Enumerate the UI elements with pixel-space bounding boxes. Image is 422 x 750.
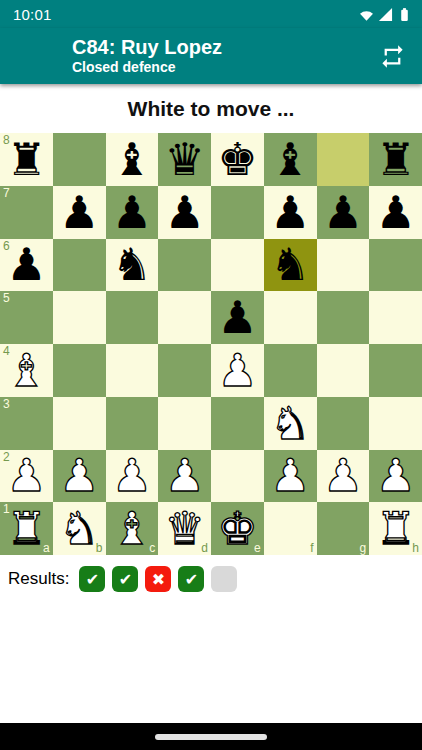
rank-label-2: 2 [3, 450, 10, 464]
results-label: Results: [8, 569, 69, 589]
square-c8[interactable]: ♝ [106, 133, 159, 186]
status-icons [359, 7, 412, 22]
square-b1[interactable]: b♞ [53, 502, 106, 555]
square-d7[interactable]: ♟ [158, 186, 211, 239]
file-label-e: e [254, 542, 261, 555]
square-f2[interactable]: ♟ [264, 450, 317, 503]
square-c5[interactable] [106, 291, 159, 344]
results-row: Results: ✔✔✖✔ [0, 555, 422, 592]
piece-white-pawn: ♟ [0, 450, 53, 503]
square-g3[interactable] [317, 397, 370, 450]
square-d4[interactable] [158, 344, 211, 397]
square-e4[interactable]: ♟ [211, 344, 264, 397]
piece-black-rook: ♜ [0, 133, 53, 186]
piece-black-pawn: ♟ [0, 239, 53, 292]
piece-white-rook: ♜ [0, 502, 53, 555]
page-subtitle: Closed defence [72, 59, 377, 76]
square-e3[interactable] [211, 397, 264, 450]
square-a5[interactable]: 5 [0, 291, 53, 344]
app-bar: C84: Ruy Lopez Closed defence [0, 28, 422, 84]
rank-label-6: 6 [3, 239, 10, 253]
square-f4[interactable] [264, 344, 317, 397]
square-h7[interactable]: ♟ [369, 186, 422, 239]
rank-label-3: 3 [3, 397, 10, 411]
move-prompt: White to move ... [0, 84, 422, 133]
rank-label-4: 4 [3, 344, 10, 358]
chess-board: 8♜♝♛♚♝♜7♟♟♟♟♟♟6♟♞♞5♟4♝♟3♞2♟♟♟♟♟♟♟1a♜b♞c♝… [0, 133, 422, 555]
square-f5[interactable] [264, 291, 317, 344]
piece-white-knight: ♞ [53, 502, 106, 555]
square-e2[interactable] [211, 450, 264, 503]
piece-white-knight: ♞ [264, 397, 317, 450]
rank-label-1: 1 [3, 502, 10, 516]
square-d1[interactable]: d♛ [158, 502, 211, 555]
square-f6[interactable]: ♞ [264, 239, 317, 292]
square-c7[interactable]: ♟ [106, 186, 159, 239]
square-g2[interactable]: ♟ [317, 450, 370, 503]
square-f8[interactable]: ♝ [264, 133, 317, 186]
file-label-b: b [96, 542, 103, 555]
square-h3[interactable] [369, 397, 422, 450]
wifi-icon [359, 7, 374, 22]
result-3-incorrect: ✖ [145, 566, 171, 592]
status-bar: 10:01 [0, 0, 422, 28]
square-a4[interactable]: 4♝ [0, 344, 53, 397]
rank-label-7: 7 [3, 186, 10, 200]
square-f7[interactable]: ♟ [264, 186, 317, 239]
page-title: C84: Ruy Lopez [72, 36, 377, 59]
result-5-empty [211, 566, 237, 592]
app-bar-titles: C84: Ruy Lopez Closed defence [72, 36, 377, 76]
square-f1[interactable]: f [264, 502, 317, 555]
piece-white-pawn: ♟ [369, 450, 422, 503]
piece-black-rook: ♜ [369, 133, 422, 186]
square-c3[interactable] [106, 397, 159, 450]
piece-black-pawn: ♟ [53, 186, 106, 239]
result-2-correct: ✔ [112, 566, 138, 592]
piece-black-pawn: ♟ [158, 186, 211, 239]
square-b2[interactable]: ♟ [53, 450, 106, 503]
piece-white-bishop: ♝ [0, 344, 53, 397]
square-e5[interactable]: ♟ [211, 291, 264, 344]
piece-white-king: ♚ [211, 502, 264, 555]
result-4-correct: ✔ [178, 566, 204, 592]
result-1-correct: ✔ [79, 566, 105, 592]
piece-black-pawn: ♟ [264, 186, 317, 239]
piece-black-pawn: ♟ [317, 186, 370, 239]
piece-white-bishop: ♝ [106, 502, 159, 555]
piece-black-bishop: ♝ [264, 133, 317, 186]
square-g4[interactable] [317, 344, 370, 397]
square-e7[interactable] [211, 186, 264, 239]
square-b8[interactable] [53, 133, 106, 186]
square-a2[interactable]: 2♟ [0, 450, 53, 503]
square-g8[interactable] [317, 133, 370, 186]
cellular-signal-icon [378, 7, 393, 22]
rank-label-5: 5 [3, 291, 10, 305]
file-label-c: c [149, 542, 155, 555]
square-c2[interactable]: ♟ [106, 450, 159, 503]
square-b3[interactable] [53, 397, 106, 450]
square-a3[interactable]: 3 [0, 397, 53, 450]
square-b5[interactable] [53, 291, 106, 344]
square-g6[interactable] [317, 239, 370, 292]
square-c6[interactable]: ♞ [106, 239, 159, 292]
piece-white-pawn: ♟ [53, 450, 106, 503]
android-nav-bar [0, 723, 422, 750]
piece-black-pawn: ♟ [369, 186, 422, 239]
square-h2[interactable]: ♟ [369, 450, 422, 503]
square-a1[interactable]: 1a♜ [0, 502, 53, 555]
phone-screen: 10:01 C84: Ruy Lopez Closed defence Wh [0, 0, 422, 750]
file-label-a: a [43, 542, 50, 555]
piece-white-rook: ♜ [369, 502, 422, 555]
square-a6[interactable]: 6♟ [0, 239, 53, 292]
gesture-pill[interactable] [155, 734, 267, 740]
square-h8[interactable]: ♜ [369, 133, 422, 186]
piece-white-pawn: ♟ [264, 450, 317, 503]
piece-black-king: ♚ [211, 133, 264, 186]
square-d6[interactable] [158, 239, 211, 292]
square-h1[interactable]: h♜ [369, 502, 422, 555]
square-g1[interactable]: g [317, 502, 370, 555]
piece-white-pawn: ♟ [317, 450, 370, 503]
square-d3[interactable] [158, 397, 211, 450]
piece-black-knight: ♞ [106, 239, 159, 292]
square-h6[interactable] [369, 239, 422, 292]
results-icons: ✔✔✖✔ [79, 566, 237, 592]
square-c4[interactable] [106, 344, 159, 397]
square-h4[interactable] [369, 344, 422, 397]
square-h5[interactable] [369, 291, 422, 344]
piece-white-queen: ♛ [158, 502, 211, 555]
square-b4[interactable] [53, 344, 106, 397]
piece-black-knight: ♞ [264, 239, 317, 292]
file-label-f: f [310, 542, 313, 555]
file-label-d: d [201, 542, 208, 555]
square-d8[interactable]: ♛ [158, 133, 211, 186]
status-time: 10:01 [13, 6, 52, 23]
piece-white-pawn: ♟ [158, 450, 211, 503]
square-d2[interactable]: ♟ [158, 450, 211, 503]
square-g5[interactable] [317, 291, 370, 344]
square-e1[interactable]: e♚ [211, 502, 264, 555]
square-b6[interactable] [53, 239, 106, 292]
battery-icon [397, 7, 412, 22]
square-d5[interactable] [158, 291, 211, 344]
square-e6[interactable] [211, 239, 264, 292]
square-b7[interactable]: ♟ [53, 186, 106, 239]
rank-label-8: 8 [3, 133, 10, 147]
repeat-icon [379, 43, 406, 70]
piece-black-pawn: ♟ [106, 186, 159, 239]
square-a7[interactable]: 7 [0, 186, 53, 239]
square-a8[interactable]: 8♜ [0, 133, 53, 186]
file-label-g: g [360, 542, 367, 555]
repeat-button[interactable] [377, 41, 408, 72]
square-e8[interactable]: ♚ [211, 133, 264, 186]
square-g7[interactable]: ♟ [317, 186, 370, 239]
file-label-h: h [412, 542, 419, 555]
piece-black-pawn: ♟ [211, 291, 264, 344]
square-f3[interactable]: ♞ [264, 397, 317, 450]
square-c1[interactable]: c♝ [106, 502, 159, 555]
piece-black-queen: ♛ [158, 133, 211, 186]
piece-white-pawn: ♟ [106, 450, 159, 503]
piece-black-bishop: ♝ [106, 133, 159, 186]
piece-white-pawn: ♟ [211, 344, 264, 397]
